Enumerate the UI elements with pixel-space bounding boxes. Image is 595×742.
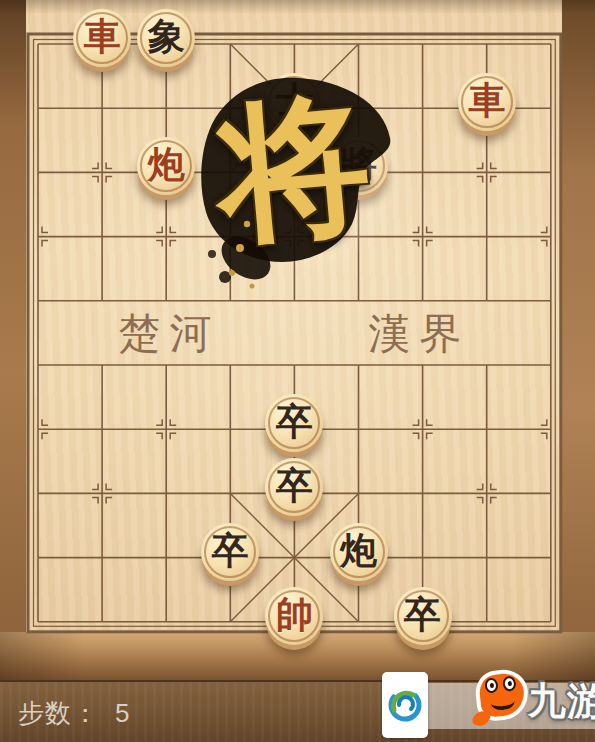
piece-black-soldier[interactable]: 卒 bbox=[394, 587, 452, 645]
piece-red-general[interactable]: 帥 bbox=[265, 587, 323, 645]
river-text-left: 楚河 bbox=[118, 311, 220, 357]
piece-red-chariot[interactable]: 車 bbox=[73, 9, 131, 67]
watermark-brand-text: 九游 bbox=[528, 676, 595, 727]
piece-black-general[interactable]: 將 bbox=[330, 137, 388, 195]
watermark: 九游 bbox=[378, 668, 595, 742]
mascot-eye-left bbox=[484, 677, 498, 693]
xiangqi-game-screen: 楚河漢界 車象士車炮將卒卒卒炮帥卒 将 步数： 5 bbox=[0, 0, 595, 742]
mascot-smile bbox=[490, 693, 516, 711]
move-counter-label: 步数： bbox=[18, 696, 99, 731]
piece-red-chariot[interactable]: 車 bbox=[458, 73, 516, 131]
mascot-eye-right bbox=[502, 676, 516, 692]
piece-black-cannon[interactable]: 炮 bbox=[330, 523, 388, 581]
move-counter: 步数： 5 bbox=[18, 696, 130, 731]
piece-black-soldier[interactable]: 卒 bbox=[201, 523, 259, 581]
piece-black-elephant[interactable]: 象 bbox=[137, 9, 195, 67]
move-counter-value: 5 bbox=[115, 698, 130, 729]
watermark-logo-card bbox=[382, 672, 428, 738]
river-text-right: 漢界 bbox=[368, 311, 470, 357]
swirl-logo-icon bbox=[386, 686, 424, 724]
